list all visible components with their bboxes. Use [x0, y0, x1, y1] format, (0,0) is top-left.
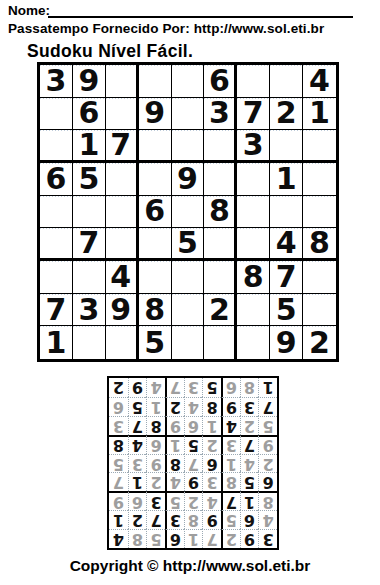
puzzle-cell-r6c6 — [204, 228, 237, 261]
solution-cell-r7c6: 9 — [165, 416, 184, 435]
puzzle-cell-r2c4: 9 — [139, 98, 172, 131]
puzzle-cell-r1c3 — [106, 65, 139, 98]
puzzle-cell-r3c7: 3 — [237, 130, 270, 163]
puzzle-cell-r4c4 — [139, 163, 172, 196]
puzzle-cell-r9c8: 9 — [270, 326, 303, 359]
puzzle-cell-r9c1: 1 — [40, 326, 73, 359]
solution-cell-r8c6: 2 — [165, 397, 184, 416]
solution-cell-r2c5: 8 — [184, 510, 203, 529]
puzzle-cell-r3c2: 1 — [73, 130, 106, 163]
puzzle-cell-r3c1 — [40, 130, 73, 163]
puzzle-cell-r4c8: 1 — [270, 163, 303, 196]
solution-cell-r1c8: 8 — [128, 529, 147, 548]
puzzle-cell-r7c3: 4 — [106, 261, 139, 294]
solution-cell-r9c3: 6 — [221, 378, 240, 397]
solution-cell-r7c8: 7 — [128, 416, 147, 435]
puzzle-cell-r7c6 — [204, 261, 237, 294]
puzzle-cell-r7c4 — [139, 261, 172, 294]
solution-cell-r3c8: 6 — [128, 491, 147, 510]
puzzle-cell-r5c7 — [237, 196, 270, 229]
puzzle-cell-r1c4 — [139, 65, 172, 98]
solution-cell-r6c6: 1 — [165, 435, 184, 454]
solution-cell-r7c9: 3 — [109, 416, 128, 435]
solution-cell-r6c9: 8 — [109, 435, 128, 454]
solution-cell-r8c7: 1 — [146, 397, 165, 416]
puzzle-cell-r5c3 — [106, 196, 139, 229]
solution-cell-r3c5: 2 — [184, 491, 203, 510]
puzzle-cell-r1c5 — [172, 65, 205, 98]
puzzle-cell-r5c1 — [40, 196, 73, 229]
puzzle-cell-r5c5 — [172, 196, 205, 229]
solution-cell-r5c4: 6 — [202, 454, 221, 473]
puzzle-cell-r4c3 — [106, 163, 139, 196]
solution-cell-r1c6: 6 — [165, 529, 184, 548]
solution-cell-r1c3: 2 — [221, 529, 240, 548]
puzzle-cell-r8c7 — [237, 294, 270, 327]
solution-cell-r5c3: 1 — [221, 454, 240, 473]
solution-cell-r4c3: 8 — [221, 472, 240, 491]
puzzle-cell-r4c7 — [237, 163, 270, 196]
solution-cell-r6c7: 6 — [146, 435, 165, 454]
puzzle-cell-r3c4 — [139, 130, 172, 163]
solution-cell-r9c6: 7 — [165, 378, 184, 397]
puzzle-cell-r9c6 — [204, 326, 237, 359]
solution-cell-r3c4: 4 — [202, 491, 221, 510]
worksheet-page: Nome: Passatempo Fornecido Por: http://w… — [0, 0, 380, 585]
solution-cell-r6c5: 5 — [184, 435, 203, 454]
puzzle-cell-r1c8 — [270, 65, 303, 98]
puzzle-cell-r8c9 — [303, 294, 336, 327]
puzzle-cell-r9c3 — [106, 326, 139, 359]
puzzle-cell-r8c2: 3 — [73, 294, 106, 327]
puzzle-cell-r4c9 — [303, 163, 336, 196]
solution-cell-r5c9: 5 — [109, 454, 128, 473]
puzzle-cell-r3c6 — [204, 130, 237, 163]
solution-cell-r9c5: 3 — [184, 378, 203, 397]
puzzle-cell-r2c6: 3 — [204, 98, 237, 131]
solution-cell-r9c9: 2 — [109, 378, 128, 397]
puzzle-cell-r2c1 — [40, 98, 73, 131]
puzzle-cell-r8c5 — [172, 294, 205, 327]
solution-cell-r9c4: 5 — [202, 378, 221, 397]
solution-cell-r8c3: 9 — [221, 397, 240, 416]
puzzle-cell-r2c2: 6 — [73, 98, 106, 131]
puzzle-cell-r9c7 — [237, 326, 270, 359]
puzzle-cell-r6c8: 4 — [270, 228, 303, 261]
provider-line: Passatempo Fornecido Por: http://www.sol… — [8, 21, 324, 36]
solution-cell-r7c7: 8 — [146, 416, 165, 435]
puzzle-cell-r8c4: 8 — [139, 294, 172, 327]
solution-cell-r4c1: 6 — [258, 472, 277, 491]
puzzle-cell-r4c6 — [204, 163, 237, 196]
puzzle-cell-r6c7 — [237, 228, 270, 261]
puzzle-cell-r2c9: 1 — [303, 98, 336, 131]
solution-cell-r3c6: 5 — [165, 491, 184, 510]
puzzle-cell-r7c1 — [40, 261, 73, 294]
puzzle-cell-r2c3 — [106, 98, 139, 131]
solution-cell-r2c9: 1 — [109, 510, 128, 529]
solution-cell-r4c4: 3 — [202, 472, 221, 491]
solution-cell-r3c1: 8 — [258, 491, 277, 510]
puzzle-cell-r4c1: 6 — [40, 163, 73, 196]
puzzle-cell-r6c4 — [139, 228, 172, 261]
solution-cell-r6c3: 3 — [221, 435, 240, 454]
solution-cell-r2c8: 2 — [128, 510, 147, 529]
puzzle-cell-r7c8: 7 — [270, 261, 303, 294]
solution-cell-r5c8: 3 — [128, 454, 147, 473]
solution-cell-r8c2: 3 — [240, 397, 259, 416]
solution-cell-r1c9: 4 — [109, 529, 128, 548]
solution-cell-r4c8: 1 — [128, 472, 147, 491]
solution-cell-r7c4: 1 — [202, 416, 221, 435]
puzzle-cell-r6c1 — [40, 228, 73, 261]
puzzle-cell-r8c1: 7 — [40, 294, 73, 327]
solution-cell-r4c6: 4 — [165, 472, 184, 491]
puzzle-cell-r1c6: 6 — [204, 65, 237, 98]
solution-cell-r4c7: 2 — [146, 472, 165, 491]
solution-cell-r6c1: 9 — [258, 435, 277, 454]
puzzle-cell-r2c7: 7 — [237, 98, 270, 131]
puzzle-cell-r2c5 — [172, 98, 205, 131]
solution-cell-r9c1: 1 — [258, 378, 277, 397]
copyright-line: Copyright © http://www.sol.eti.br — [0, 557, 380, 575]
solution-cell-r8c1: 7 — [258, 397, 277, 416]
solution-cell-r9c7: 4 — [146, 378, 165, 397]
puzzle-cell-r2c8: 2 — [270, 98, 303, 131]
solution-cell-r2c7: 7 — [146, 510, 165, 529]
solution-cell-r8c8: 5 — [128, 397, 147, 416]
puzzle-cell-r3c9 — [303, 130, 336, 163]
puzzle-cell-r8c3: 9 — [106, 294, 139, 327]
page-title: Sudoku Nível Fácil. — [27, 41, 193, 62]
solution-cell-r6c8: 4 — [128, 435, 147, 454]
puzzle-cell-r1c7 — [237, 65, 270, 98]
name-fill-line — [48, 1, 353, 18]
solution-cell-r3c2: 1 — [240, 491, 259, 510]
puzzle-cell-r9c2 — [73, 326, 106, 359]
puzzle-cell-r6c5: 5 — [172, 228, 205, 261]
solution-cell-r3c7: 3 — [146, 491, 165, 510]
solution-cell-r2c1: 4 — [258, 510, 277, 529]
sudoku-solution-grid: 3927165844659837218174253696583942172416… — [107, 376, 279, 550]
puzzle-cell-r4c2: 5 — [73, 163, 106, 196]
solution-cell-r4c2: 5 — [240, 472, 259, 491]
solution-cell-r8c5: 4 — [184, 397, 203, 416]
solution-cell-r7c3: 4 — [221, 416, 240, 435]
puzzle-cell-r5c9 — [303, 196, 336, 229]
puzzle-cell-r7c7: 8 — [237, 261, 270, 294]
solution-cell-r2c6: 3 — [165, 510, 184, 529]
solution-cell-r2c2: 6 — [240, 510, 259, 529]
solution-cell-r8c4: 8 — [202, 397, 221, 416]
puzzle-cell-r7c2 — [73, 261, 106, 294]
solution-cell-r5c1: 2 — [258, 454, 277, 473]
puzzle-cell-r4c5: 9 — [172, 163, 205, 196]
solution-cell-r8c9: 6 — [109, 397, 128, 416]
solution-cell-r9c2: 8 — [240, 378, 259, 397]
solution-cell-r4c5: 9 — [184, 472, 203, 491]
puzzle-cell-r6c9: 8 — [303, 228, 336, 261]
solution-cell-r4c9: 7 — [109, 472, 128, 491]
puzzle-cell-r1c2: 9 — [73, 65, 106, 98]
solution-cell-r9c8: 9 — [128, 378, 147, 397]
puzzle-cell-r6c2: 7 — [73, 228, 106, 261]
solution-cell-r5c7: 9 — [146, 454, 165, 473]
puzzle-cell-r7c9 — [303, 261, 336, 294]
sudoku-puzzle-grid: 396469372117365916875484877398251592 — [37, 62, 339, 362]
solution-cell-r7c1: 5 — [258, 416, 277, 435]
puzzle-cell-r9c5 — [172, 326, 205, 359]
solution-cell-r1c4: 7 — [202, 529, 221, 548]
puzzle-cell-r1c1: 3 — [40, 65, 73, 98]
puzzle-cell-r8c8: 5 — [270, 294, 303, 327]
solution-cell-r6c2: 7 — [240, 435, 259, 454]
solution-cell-r6c4: 2 — [202, 435, 221, 454]
puzzle-cell-r5c4: 6 — [139, 196, 172, 229]
solution-cell-r1c1: 3 — [258, 529, 277, 548]
puzzle-cell-r8c6: 2 — [204, 294, 237, 327]
solution-cell-r5c2: 4 — [240, 454, 259, 473]
solution-cell-r1c7: 5 — [146, 529, 165, 548]
solution-cell-r3c9: 9 — [109, 491, 128, 510]
puzzle-cell-r7c5 — [172, 261, 205, 294]
puzzle-cell-r1c9: 4 — [303, 65, 336, 98]
solution-cell-r1c2: 9 — [240, 529, 259, 548]
name-label: Nome: — [8, 3, 50, 18]
puzzle-cell-r3c8 — [270, 130, 303, 163]
puzzle-cell-r5c6: 8 — [204, 196, 237, 229]
solution-cell-r5c5: 7 — [184, 454, 203, 473]
puzzle-cell-r3c3: 7 — [106, 130, 139, 163]
solution-cell-r5c6: 8 — [165, 454, 184, 473]
solution-cell-r3c3: 7 — [221, 491, 240, 510]
solution-cell-r7c2: 2 — [240, 416, 259, 435]
solution-cell-r2c3: 5 — [221, 510, 240, 529]
puzzle-cell-r9c9: 2 — [303, 326, 336, 359]
puzzle-cell-r5c8 — [270, 196, 303, 229]
puzzle-cell-r9c4: 5 — [139, 326, 172, 359]
solution-cell-r2c4: 9 — [202, 510, 221, 529]
puzzle-cell-r3c5 — [172, 130, 205, 163]
solution-cell-r1c5: 1 — [184, 529, 203, 548]
solution-cell-r7c5: 6 — [184, 416, 203, 435]
puzzle-cell-r5c2 — [73, 196, 106, 229]
puzzle-cell-r6c3 — [106, 228, 139, 261]
